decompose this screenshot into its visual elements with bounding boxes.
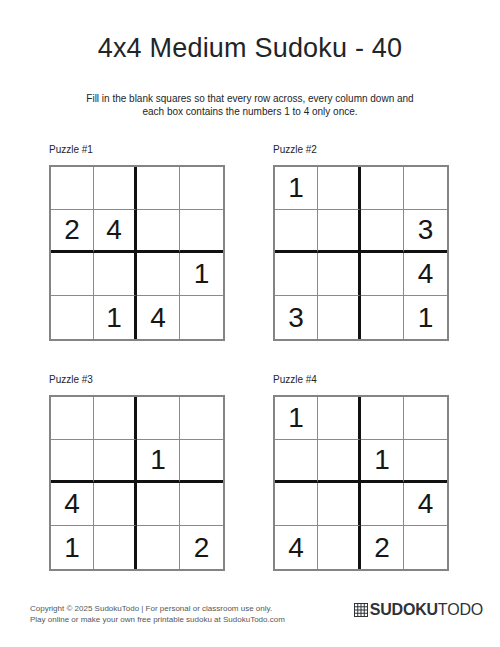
cell-r4c1: 4 xyxy=(275,526,318,569)
page-title: 4x4 Medium Sudoku - 40 xyxy=(0,33,500,64)
cell-r3c2 xyxy=(318,253,361,296)
cell-r2c2 xyxy=(318,440,361,483)
cell-r1c2 xyxy=(94,167,137,210)
cell-r4c1: 1 xyxy=(51,526,94,569)
puzzle-2: Puzzle #2 13431 xyxy=(273,144,449,341)
cell-r4c2 xyxy=(94,526,137,569)
cell-r4c4: 2 xyxy=(180,526,223,569)
cell-r3c3 xyxy=(137,483,180,526)
cell-r4c3 xyxy=(137,526,180,569)
cell-r2c2 xyxy=(318,210,361,253)
cell-r4c3: 2 xyxy=(361,526,404,569)
cell-r2c4 xyxy=(180,210,223,253)
instructions-line-2: each box contains the numbers 1 to 4 onl… xyxy=(142,106,357,117)
cell-r2c4 xyxy=(180,440,223,483)
puzzle-1-label: Puzzle #1 xyxy=(49,144,225,155)
cell-r4c4 xyxy=(180,296,223,339)
puzzle-2-board: 13431 xyxy=(273,165,449,341)
puzzle-4-label: Puzzle #4 xyxy=(273,374,449,385)
cell-r4c1 xyxy=(51,296,94,339)
cell-r1c4 xyxy=(404,397,447,440)
cell-r3c4 xyxy=(180,483,223,526)
footer-line-1: Copyright © 2025 SudokuTodo | For person… xyxy=(30,604,285,615)
cell-r1c1: 1 xyxy=(275,397,318,440)
cell-r2c3 xyxy=(137,210,180,253)
puzzle-1: Puzzle #1 24114 xyxy=(49,144,225,341)
cell-r3c1 xyxy=(275,483,318,526)
footer-copyright: Copyright © 2025 SudokuTodo | For person… xyxy=(30,604,285,625)
cell-r1c4 xyxy=(404,167,447,210)
logo-text-sudoku: SUDOKU xyxy=(370,602,438,618)
cell-r1c1 xyxy=(51,167,94,210)
cell-r2c4 xyxy=(404,440,447,483)
cell-r1c2 xyxy=(94,397,137,440)
sudokutodo-logo: SUDOKUTODO xyxy=(354,602,483,618)
cell-r1c3 xyxy=(361,167,404,210)
logo-text-todo: TODO xyxy=(438,602,483,618)
cell-r2c1: 2 xyxy=(51,210,94,253)
cell-r4c2: 1 xyxy=(94,296,137,339)
footer-line-2: Play online or make your own free printa… xyxy=(30,615,285,626)
cell-r1c2 xyxy=(318,167,361,210)
puzzle-1-board: 24114 xyxy=(49,165,225,341)
cell-r3c1 xyxy=(51,253,94,296)
cell-r1c1: 1 xyxy=(275,167,318,210)
cell-r3c4: 4 xyxy=(404,483,447,526)
instructions: Fill in the blank squares so that every … xyxy=(0,93,500,118)
cell-r4c4: 1 xyxy=(404,296,447,339)
cell-r1c4 xyxy=(180,397,223,440)
cell-r3c3 xyxy=(137,253,180,296)
cell-r3c4: 1 xyxy=(180,253,223,296)
cell-r3c2 xyxy=(94,253,137,296)
cell-r2c4: 3 xyxy=(404,210,447,253)
cell-r4c4 xyxy=(404,526,447,569)
cell-r2c3: 1 xyxy=(137,440,180,483)
cell-r1c3 xyxy=(137,397,180,440)
cell-r4c3: 4 xyxy=(137,296,180,339)
puzzle-3: Puzzle #3 1412 xyxy=(49,374,225,571)
cell-r3c1: 4 xyxy=(51,483,94,526)
cell-r1c3 xyxy=(137,167,180,210)
sudoku-grid-icon xyxy=(354,603,368,617)
cell-r3c2 xyxy=(94,483,137,526)
cell-r2c2: 4 xyxy=(94,210,137,253)
instructions-line-1: Fill in the blank squares so that every … xyxy=(86,93,413,104)
cell-r3c3 xyxy=(361,483,404,526)
cell-r2c3: 1 xyxy=(361,440,404,483)
puzzle-2-label: Puzzle #2 xyxy=(273,144,449,155)
cell-r2c3 xyxy=(361,210,404,253)
puzzle-4-board: 11442 xyxy=(273,395,449,571)
puzzle-4: Puzzle #4 11442 xyxy=(273,374,449,571)
cell-r3c1 xyxy=(275,253,318,296)
puzzle-3-board: 1412 xyxy=(49,395,225,571)
cell-r2c1 xyxy=(275,440,318,483)
cell-r4c2 xyxy=(318,296,361,339)
puzzle-3-label: Puzzle #3 xyxy=(49,374,225,385)
cell-r3c4: 4 xyxy=(404,253,447,296)
cell-r2c1 xyxy=(51,440,94,483)
cell-r4c2 xyxy=(318,526,361,569)
cell-r2c1 xyxy=(275,210,318,253)
cell-r1c2 xyxy=(318,397,361,440)
cell-r1c4 xyxy=(180,167,223,210)
cell-r4c1: 3 xyxy=(275,296,318,339)
cell-r3c2 xyxy=(318,483,361,526)
cell-r1c1 xyxy=(51,397,94,440)
cell-r1c3 xyxy=(361,397,404,440)
cell-r3c3 xyxy=(361,253,404,296)
cell-r4c3 xyxy=(361,296,404,339)
cell-r2c2 xyxy=(94,440,137,483)
